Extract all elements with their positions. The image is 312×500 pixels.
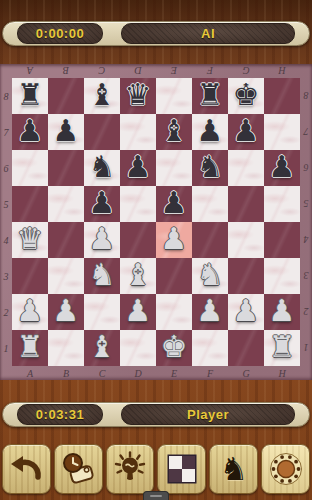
piece-black-pawn: ♟	[197, 113, 224, 149]
square-g4[interactable]	[228, 222, 264, 258]
square-c5[interactable]: ♟	[84, 186, 120, 222]
square-e1[interactable]: ♚	[156, 330, 192, 366]
file-label-d: D	[120, 366, 156, 380]
square-b6[interactable]	[48, 150, 84, 186]
square-h4[interactable]	[264, 222, 300, 258]
file-label-c: C	[84, 64, 120, 78]
player-name: Player	[187, 407, 229, 422]
dotted-wheel-icon	[268, 451, 304, 487]
piece-black-rook: ♜	[197, 77, 224, 113]
square-d4[interactable]	[120, 222, 156, 258]
square-e2[interactable]	[156, 294, 192, 330]
file-label-b: B	[48, 64, 84, 78]
board-squares: ♜♝♛♜♚♟♟♝♟♟♞♟♞♟♟♟♛♟♟♞♝♞♟♟♟♟♟♟♜♝♚♜	[12, 78, 300, 366]
ai-clock-value: 0:00:00	[36, 26, 84, 41]
undo-arrow-icon	[8, 451, 44, 487]
rank-label-6: 6	[0, 150, 12, 186]
piece-black-pawn: ♟	[17, 113, 44, 149]
file-labels-bottom: ABCDEFGH	[12, 366, 300, 380]
piece-black-rook: ♜	[17, 77, 44, 113]
square-a3[interactable]	[12, 258, 48, 294]
square-b4[interactable]	[48, 222, 84, 258]
piece-black-pawn: ♟	[125, 149, 152, 185]
piece-black-pawn: ♟	[233, 113, 260, 149]
square-b3[interactable]	[48, 258, 84, 294]
rank-label-8: 8	[0, 78, 12, 114]
player-clock-value: 0:03:31	[36, 407, 84, 422]
rank-label-7: 7	[0, 114, 12, 150]
player-clock: 0:03:31	[17, 404, 103, 425]
settings-button[interactable]	[261, 444, 310, 494]
square-a5[interactable]	[12, 186, 48, 222]
rank-label-1: 1	[300, 330, 312, 366]
square-f3[interactable]: ♞	[192, 258, 228, 294]
piece-black-bishop: ♝	[161, 113, 188, 149]
piece-white-king: ♚	[161, 329, 188, 365]
square-h3[interactable]	[264, 258, 300, 294]
square-g2[interactable]: ♟	[228, 294, 264, 330]
square-e4[interactable]: ♟	[156, 222, 192, 258]
player-name-plate: Player	[121, 404, 295, 425]
square-d6[interactable]: ♟	[120, 150, 156, 186]
square-a2[interactable]: ♟	[12, 294, 48, 330]
piece-white-rook: ♜	[269, 329, 296, 365]
square-c1[interactable]: ♝	[84, 330, 120, 366]
square-g8[interactable]: ♚	[228, 78, 264, 114]
square-d7[interactable]	[120, 114, 156, 150]
square-h2[interactable]: ♟	[264, 294, 300, 330]
file-label-e: E	[156, 64, 192, 78]
square-c4[interactable]: ♟	[84, 222, 120, 258]
piece-black-pawn: ♟	[161, 185, 188, 221]
square-a4[interactable]: ♛	[12, 222, 48, 258]
piece-black-king: ♚	[233, 77, 260, 113]
file-label-f: F	[192, 366, 228, 380]
square-c3[interactable]: ♞	[84, 258, 120, 294]
square-h6[interactable]: ♟	[264, 150, 300, 186]
piece-white-knight: ♞	[197, 257, 224, 293]
piece-black-queen: ♛	[125, 77, 152, 113]
square-g7[interactable]: ♟	[228, 114, 264, 150]
square-c8[interactable]: ♝	[84, 78, 120, 114]
file-labels-top: ABCDEFGH	[12, 64, 300, 78]
square-a8[interactable]: ♜	[12, 78, 48, 114]
piece-white-pawn: ♟	[269, 293, 296, 329]
square-b1[interactable]	[48, 330, 84, 366]
square-f7[interactable]: ♟	[192, 114, 228, 150]
square-e8[interactable]	[156, 78, 192, 114]
piece-black-knight: ♞	[89, 149, 116, 185]
square-f6[interactable]: ♞	[192, 150, 228, 186]
piece-white-bishop: ♝	[125, 257, 152, 293]
rank-label-2: 2	[0, 294, 12, 330]
piece-white-pawn: ♟	[233, 293, 260, 329]
file-label-h: H	[264, 366, 300, 380]
black-knight-icon: ♞	[219, 444, 248, 494]
rank-label-2: 2	[300, 294, 312, 330]
file-label-g: G	[228, 366, 264, 380]
rank-label-3: 3	[0, 258, 12, 294]
rank-label-5: 5	[300, 186, 312, 222]
file-label-e: E	[156, 366, 192, 380]
file-label-f: F	[192, 64, 228, 78]
square-g6[interactable]	[228, 150, 264, 186]
piece-white-pawn: ♟	[125, 293, 152, 329]
square-d3[interactable]: ♝	[120, 258, 156, 294]
square-d1[interactable]	[120, 330, 156, 366]
piece-white-rook: ♜	[17, 329, 44, 365]
square-e6[interactable]	[156, 150, 192, 186]
rank-label-4: 4	[300, 222, 312, 258]
undo-button[interactable]	[2, 444, 51, 494]
piece-black-pawn: ♟	[269, 149, 296, 185]
square-f4[interactable]	[192, 222, 228, 258]
square-a6[interactable]	[12, 150, 48, 186]
file-label-b: B	[48, 366, 84, 380]
square-h5[interactable]	[264, 186, 300, 222]
piece-black-pawn: ♟	[89, 185, 116, 221]
checkered-board-icon	[164, 451, 200, 487]
file-label-g: G	[228, 64, 264, 78]
square-a7[interactable]: ♟	[12, 114, 48, 150]
rank-labels-right: 87654321	[300, 78, 312, 366]
square-h7[interactable]	[264, 114, 300, 150]
hint-button[interactable]	[106, 444, 155, 494]
rank-label-5: 5	[0, 186, 12, 222]
ai-name-plate: AI	[121, 23, 295, 44]
piece-black-bishop: ♝	[89, 77, 116, 113]
piece-white-pawn: ♟	[53, 293, 80, 329]
square-g1[interactable]	[228, 330, 264, 366]
toolbar: ♞	[0, 444, 312, 494]
light-bulb-icon	[112, 451, 148, 487]
square-b5[interactable]	[48, 186, 84, 222]
square-g5[interactable]	[228, 186, 264, 222]
square-b8[interactable]	[48, 78, 84, 114]
square-e5[interactable]: ♟	[156, 186, 192, 222]
piece-white-pawn: ♟	[17, 293, 44, 329]
piece-style-button[interactable]: ♞	[209, 444, 258, 494]
rank-label-1: 1	[0, 330, 12, 366]
rank-labels-left: 87654321	[0, 78, 12, 366]
piece-white-pawn: ♟	[89, 221, 116, 257]
file-label-d: D	[120, 64, 156, 78]
file-label-c: C	[84, 366, 120, 380]
rank-label-3: 3	[300, 258, 312, 294]
move-list-button[interactable]	[54, 444, 103, 494]
square-b2[interactable]: ♟	[48, 294, 84, 330]
square-a1[interactable]: ♜	[12, 330, 48, 366]
square-h8[interactable]	[264, 78, 300, 114]
piece-white-pawn: ♟	[197, 293, 224, 329]
square-h1[interactable]: ♜	[264, 330, 300, 366]
piece-white-pawn: ♟	[161, 221, 188, 257]
square-c7[interactable]	[84, 114, 120, 150]
square-d2[interactable]: ♟	[120, 294, 156, 330]
top-clock-bar: 0:00:00 AI	[2, 21, 310, 46]
square-d5[interactable]	[120, 186, 156, 222]
piece-white-queen: ♛	[17, 221, 44, 257]
rank-label-4: 4	[0, 222, 12, 258]
square-b7[interactable]: ♟	[48, 114, 84, 150]
square-d8[interactable]: ♛	[120, 78, 156, 114]
square-e3[interactable]	[156, 258, 192, 294]
piece-black-knight: ♞	[197, 149, 224, 185]
ai-clock: 0:00:00	[17, 23, 103, 44]
square-e7[interactable]: ♝	[156, 114, 192, 150]
chess-board: ABCDEFGH 87654321 ♜♝♛♜♚♟♟♝♟♟♞♟♞♟♟♟♛♟♟♞♝♞…	[0, 64, 312, 380]
bottom-clock-bar: 0:03:31 Player	[2, 402, 310, 427]
square-g3[interactable]	[228, 258, 264, 294]
piece-black-pawn: ♟	[53, 113, 80, 149]
file-label-a: A	[12, 366, 48, 380]
ai-name: AI	[201, 26, 215, 41]
square-f2[interactable]: ♟	[192, 294, 228, 330]
rank-label-8: 8	[300, 78, 312, 114]
clock-scroll-icon	[60, 451, 96, 487]
square-f1[interactable]	[192, 330, 228, 366]
file-label-h: H	[264, 64, 300, 78]
piece-white-bishop: ♝	[89, 329, 116, 365]
file-label-a: A	[12, 64, 48, 78]
piece-white-knight: ♞	[89, 257, 116, 293]
square-c6[interactable]: ♞	[84, 150, 120, 186]
rank-label-6: 6	[300, 150, 312, 186]
system-nav-handle[interactable]	[143, 491, 169, 500]
rank-label-7: 7	[300, 114, 312, 150]
board-style-button[interactable]	[157, 444, 206, 494]
square-f8[interactable]: ♜	[192, 78, 228, 114]
square-c2[interactable]	[84, 294, 120, 330]
square-f5[interactable]	[192, 186, 228, 222]
